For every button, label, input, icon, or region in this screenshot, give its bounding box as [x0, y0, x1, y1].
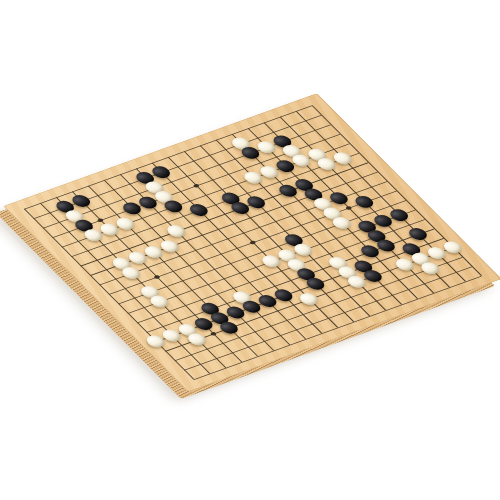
go-board-photo	[0, 0, 500, 500]
stone-black	[352, 194, 376, 210]
stone-white	[297, 291, 321, 307]
board-surface	[3, 93, 500, 392]
stone-white	[164, 223, 188, 239]
stone-black	[406, 226, 430, 242]
stone-black	[186, 202, 210, 218]
